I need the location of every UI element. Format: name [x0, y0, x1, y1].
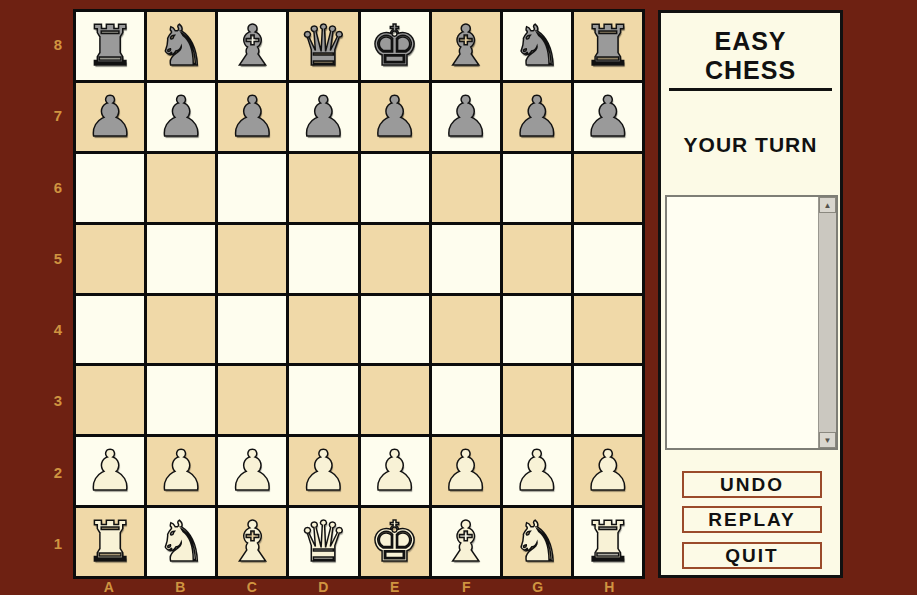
black-queen-d8[interactable]: ♛ — [298, 18, 348, 74]
square-f1[interactable]: ♝ — [432, 508, 500, 576]
square-g8[interactable]: ♞ — [503, 12, 571, 80]
square-a6[interactable] — [76, 154, 144, 222]
square-d5[interactable] — [289, 225, 357, 293]
black-pawn-h7[interactable]: ♟ — [583, 89, 633, 145]
white-knight-g1[interactable]: ♞ — [512, 514, 562, 570]
square-c6[interactable] — [218, 154, 286, 222]
white-pawn-a2[interactable]: ♟ — [85, 443, 135, 499]
square-g3[interactable] — [503, 366, 571, 434]
quit-button[interactable]: QUIT — [682, 542, 822, 569]
white-bishop-f1[interactable]: ♝ — [441, 514, 491, 570]
square-e2[interactable]: ♟ — [361, 437, 429, 505]
square-e5[interactable] — [361, 225, 429, 293]
square-e1[interactable]: ♚ — [361, 508, 429, 576]
square-d4[interactable] — [289, 296, 357, 364]
square-b3[interactable] — [147, 366, 215, 434]
square-a2[interactable]: ♟ — [76, 437, 144, 505]
rank-label-8: 8 — [0, 9, 68, 80]
rank-label-5: 5 — [0, 223, 68, 294]
file-label-F: F — [431, 579, 503, 595]
chess-board: ♜♞♝♛♚♝♞♜♟♟♟♟♟♟♟♟♟♟♟♟♟♟♟♟♜♞♝♛♚♝♞♜ — [73, 9, 645, 579]
undo-button[interactable]: UNDO — [682, 471, 822, 498]
rank-label-6: 6 — [0, 152, 68, 223]
turn-status: YOUR TURN — [661, 133, 840, 157]
square-h6[interactable] — [574, 154, 642, 222]
black-pawn-a7[interactable]: ♟ — [85, 89, 135, 145]
square-c2[interactable]: ♟ — [218, 437, 286, 505]
black-rook-a8[interactable]: ♜ — [85, 18, 135, 74]
square-b6[interactable] — [147, 154, 215, 222]
square-f3[interactable] — [432, 366, 500, 434]
black-knight-b8[interactable]: ♞ — [156, 18, 206, 74]
white-knight-b1[interactable]: ♞ — [156, 514, 206, 570]
square-a1[interactable]: ♜ — [76, 508, 144, 576]
square-d3[interactable] — [289, 366, 357, 434]
square-g4[interactable] — [503, 296, 571, 364]
scroll-down-icon[interactable]: ▼ — [819, 432, 836, 448]
replay-button[interactable]: REPLAY — [682, 506, 822, 533]
square-f2[interactable]: ♟ — [432, 437, 500, 505]
black-bishop-f8[interactable]: ♝ — [441, 18, 491, 74]
file-label-A: A — [73, 579, 145, 595]
square-g6[interactable] — [503, 154, 571, 222]
square-b2[interactable]: ♟ — [147, 437, 215, 505]
square-g2[interactable]: ♟ — [503, 437, 571, 505]
black-king-e8[interactable]: ♚ — [369, 18, 419, 74]
square-c4[interactable] — [218, 296, 286, 364]
square-c5[interactable] — [218, 225, 286, 293]
square-b8[interactable]: ♞ — [147, 12, 215, 80]
rank-labels: 87654321 — [0, 9, 68, 579]
square-g1[interactable]: ♞ — [503, 508, 571, 576]
square-e7[interactable]: ♟ — [361, 83, 429, 151]
square-g7[interactable]: ♟ — [503, 83, 571, 151]
file-label-C: C — [216, 579, 288, 595]
scrollbar[interactable]: ▲ ▼ — [818, 197, 836, 448]
square-h3[interactable] — [574, 366, 642, 434]
square-f7[interactable]: ♟ — [432, 83, 500, 151]
black-knight-g8[interactable]: ♞ — [512, 18, 562, 74]
square-c7[interactable]: ♟ — [218, 83, 286, 151]
game-record-text — [669, 199, 817, 446]
square-d1[interactable]: ♛ — [289, 508, 357, 576]
game-title: EASY CHESS — [669, 27, 832, 91]
square-b7[interactable]: ♟ — [147, 83, 215, 151]
file-label-H: H — [574, 579, 646, 595]
square-c1[interactable]: ♝ — [218, 508, 286, 576]
scroll-up-icon[interactable]: ▲ — [819, 197, 836, 213]
white-pawn-h2[interactable]: ♟ — [583, 443, 633, 499]
square-f5[interactable] — [432, 225, 500, 293]
file-label-B: B — [145, 579, 217, 595]
black-pawn-c7[interactable]: ♟ — [227, 89, 277, 145]
side-panel: EASY CHESS YOUR TURN GAME RECORD: ▲ ▼ UN… — [658, 10, 843, 578]
square-e3[interactable] — [361, 366, 429, 434]
square-a7[interactable]: ♟ — [76, 83, 144, 151]
square-e8[interactable]: ♚ — [361, 12, 429, 80]
white-bishop-c1[interactable]: ♝ — [227, 514, 277, 570]
white-pawn-c2[interactable]: ♟ — [227, 443, 277, 499]
square-a3[interactable] — [76, 366, 144, 434]
black-pawn-d7[interactable]: ♟ — [298, 89, 348, 145]
rank-label-3: 3 — [0, 365, 68, 436]
square-a4[interactable] — [76, 296, 144, 364]
black-pawn-f7[interactable]: ♟ — [441, 89, 491, 145]
file-labels: ABCDEFGH — [73, 579, 645, 595]
square-h8[interactable]: ♜ — [574, 12, 642, 80]
file-label-G: G — [502, 579, 574, 595]
square-e4[interactable] — [361, 296, 429, 364]
square-a8[interactable]: ♜ — [76, 12, 144, 80]
white-pawn-d2[interactable]: ♟ — [298, 443, 348, 499]
rank-label-4: 4 — [0, 294, 68, 365]
square-b5[interactable] — [147, 225, 215, 293]
square-d6[interactable] — [289, 154, 357, 222]
white-queen-d1[interactable]: ♛ — [298, 514, 348, 570]
square-a5[interactable] — [76, 225, 144, 293]
square-c8[interactable]: ♝ — [218, 12, 286, 80]
black-pawn-e7[interactable]: ♟ — [369, 89, 419, 145]
square-d8[interactable]: ♛ — [289, 12, 357, 80]
square-h5[interactable] — [574, 225, 642, 293]
square-d2[interactable]: ♟ — [289, 437, 357, 505]
white-pawn-e2[interactable]: ♟ — [369, 443, 419, 499]
white-pawn-b2[interactable]: ♟ — [156, 443, 206, 499]
white-pawn-f2[interactable]: ♟ — [441, 443, 491, 499]
square-b1[interactable]: ♞ — [147, 508, 215, 576]
file-label-D: D — [288, 579, 360, 595]
square-f8[interactable]: ♝ — [432, 12, 500, 80]
square-c3[interactable] — [218, 366, 286, 434]
square-f6[interactable] — [432, 154, 500, 222]
black-rook-h8[interactable]: ♜ — [583, 18, 633, 74]
rank-label-1: 1 — [0, 508, 68, 579]
square-e6[interactable] — [361, 154, 429, 222]
square-h4[interactable] — [574, 296, 642, 364]
rank-label-2: 2 — [0, 437, 68, 508]
black-pawn-g7[interactable]: ♟ — [512, 89, 562, 145]
white-king-e1[interactable]: ♚ — [369, 514, 419, 570]
square-f4[interactable] — [432, 296, 500, 364]
square-h1[interactable]: ♜ — [574, 508, 642, 576]
black-pawn-b7[interactable]: ♟ — [156, 89, 206, 145]
black-bishop-c8[interactable]: ♝ — [227, 18, 277, 74]
square-h2[interactable]: ♟ — [574, 437, 642, 505]
rank-label-7: 7 — [0, 80, 68, 151]
file-label-E: E — [359, 579, 431, 595]
white-pawn-g2[interactable]: ♟ — [512, 443, 562, 499]
white-rook-h1[interactable]: ♜ — [583, 514, 633, 570]
square-g5[interactable] — [503, 225, 571, 293]
square-d7[interactable]: ♟ — [289, 83, 357, 151]
game-record-box[interactable]: ▲ ▼ — [665, 195, 838, 450]
square-h7[interactable]: ♟ — [574, 83, 642, 151]
square-b4[interactable] — [147, 296, 215, 364]
white-rook-a1[interactable]: ♜ — [85, 514, 135, 570]
